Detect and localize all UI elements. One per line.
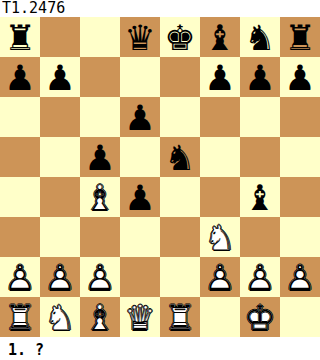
square-f3[interactable]: ♞♘ [200, 217, 240, 257]
piece-black-bishop: ♝ [200, 17, 240, 57]
square-e5[interactable]: ♞ [160, 137, 200, 177]
square-c8[interactable] [80, 17, 120, 57]
square-b5[interactable] [40, 137, 80, 177]
square-c1[interactable]: ♝♗ [80, 297, 120, 337]
square-b2[interactable]: ♟♙ [40, 257, 80, 297]
square-d3[interactable] [120, 217, 160, 257]
piece-white-pawn: ♟♙ [280, 257, 320, 297]
square-g7[interactable]: ♟ [240, 57, 280, 97]
piece-white-pawn: ♟♙ [80, 257, 120, 297]
piece-white-pawn: ♟♙ [240, 257, 280, 297]
square-g3[interactable] [240, 217, 280, 257]
square-e3[interactable] [160, 217, 200, 257]
chess-board: ♜♛♚♝♞♜♟♟♟♟♟♟♟♞♝♗♟♝♞♘♟♙♟♙♟♙♟♙♟♙♟♙♜♖♞♘♝♗♛♕… [0, 17, 320, 337]
piece-white-rook: ♜♖ [0, 297, 40, 337]
square-b7[interactable]: ♟ [40, 57, 80, 97]
chess-puzzle-window: T1.2476 ♜♛♚♝♞♜♟♟♟♟♟♟♟♞♝♗♟♝♞♘♟♙♟♙♟♙♟♙♟♙♟♙… [0, 0, 320, 360]
piece-white-knight: ♞♘ [40, 297, 80, 337]
square-e6[interactable] [160, 97, 200, 137]
square-h7[interactable]: ♟ [280, 57, 320, 97]
square-c5[interactable]: ♟ [80, 137, 120, 177]
piece-white-king: ♚♔ [240, 297, 280, 337]
square-g5[interactable] [240, 137, 280, 177]
square-h6[interactable] [280, 97, 320, 137]
piece-black-pawn: ♟ [40, 57, 80, 97]
piece-black-king: ♚ [160, 17, 200, 57]
square-h3[interactable] [280, 217, 320, 257]
square-h5[interactable] [280, 137, 320, 177]
square-g4[interactable]: ♝ [240, 177, 280, 217]
piece-black-pawn: ♟ [80, 137, 120, 177]
piece-black-rook: ♜ [0, 17, 40, 57]
square-a6[interactable] [0, 97, 40, 137]
square-g2[interactable]: ♟♙ [240, 257, 280, 297]
puzzle-id-label: T1.2476 [2, 0, 65, 16]
square-a8[interactable]: ♜ [0, 17, 40, 57]
piece-white-knight: ♞♘ [200, 217, 240, 257]
piece-white-bishop: ♝♗ [80, 177, 120, 217]
square-c2[interactable]: ♟♙ [80, 257, 120, 297]
square-f1[interactable] [200, 297, 240, 337]
square-f4[interactable] [200, 177, 240, 217]
square-h8[interactable]: ♜ [280, 17, 320, 57]
square-h4[interactable] [280, 177, 320, 217]
move-prompt-label: 1. ? [8, 341, 44, 359]
piece-black-pawn: ♟ [120, 97, 160, 137]
square-a4[interactable] [0, 177, 40, 217]
square-e7[interactable] [160, 57, 200, 97]
square-f2[interactable]: ♟♙ [200, 257, 240, 297]
piece-black-pawn: ♟ [280, 57, 320, 97]
square-f6[interactable] [200, 97, 240, 137]
square-h1[interactable] [280, 297, 320, 337]
square-a3[interactable] [0, 217, 40, 257]
piece-white-pawn: ♟♙ [200, 257, 240, 297]
square-a1[interactable]: ♜♖ [0, 297, 40, 337]
square-e2[interactable] [160, 257, 200, 297]
piece-black-bishop: ♝ [240, 177, 280, 217]
square-c6[interactable] [80, 97, 120, 137]
square-c3[interactable] [80, 217, 120, 257]
piece-white-pawn: ♟♙ [0, 257, 40, 297]
square-d4[interactable]: ♟ [120, 177, 160, 217]
square-e8[interactable]: ♚ [160, 17, 200, 57]
square-f7[interactable]: ♟ [200, 57, 240, 97]
square-c7[interactable] [80, 57, 120, 97]
piece-white-rook: ♜♖ [160, 297, 200, 337]
piece-black-pawn: ♟ [200, 57, 240, 97]
square-g8[interactable]: ♞ [240, 17, 280, 57]
piece-white-pawn: ♟♙ [40, 257, 80, 297]
square-e1[interactable]: ♜♖ [160, 297, 200, 337]
square-d5[interactable] [120, 137, 160, 177]
square-g6[interactable] [240, 97, 280, 137]
square-b4[interactable] [40, 177, 80, 217]
square-b3[interactable] [40, 217, 80, 257]
square-d1[interactable]: ♛♕ [120, 297, 160, 337]
square-d2[interactable] [120, 257, 160, 297]
square-e4[interactable] [160, 177, 200, 217]
piece-black-pawn: ♟ [0, 57, 40, 97]
square-f5[interactable] [200, 137, 240, 177]
square-c4[interactable]: ♝♗ [80, 177, 120, 217]
piece-black-pawn: ♟ [120, 177, 160, 217]
piece-black-pawn: ♟ [240, 57, 280, 97]
square-b1[interactable]: ♞♘ [40, 297, 80, 337]
piece-black-knight: ♞ [240, 17, 280, 57]
square-a2[interactable]: ♟♙ [0, 257, 40, 297]
square-d8[interactable]: ♛ [120, 17, 160, 57]
piece-black-knight: ♞ [160, 137, 200, 177]
square-b6[interactable] [40, 97, 80, 137]
piece-white-bishop: ♝♗ [80, 297, 120, 337]
square-a7[interactable]: ♟ [0, 57, 40, 97]
piece-white-queen: ♛♕ [120, 297, 160, 337]
piece-black-rook: ♜ [280, 17, 320, 57]
square-d6[interactable]: ♟ [120, 97, 160, 137]
square-d7[interactable] [120, 57, 160, 97]
square-a5[interactable] [0, 137, 40, 177]
piece-black-queen: ♛ [120, 17, 160, 57]
square-h2[interactable]: ♟♙ [280, 257, 320, 297]
square-b8[interactable] [40, 17, 80, 57]
square-g1[interactable]: ♚♔ [240, 297, 280, 337]
square-f8[interactable]: ♝ [200, 17, 240, 57]
